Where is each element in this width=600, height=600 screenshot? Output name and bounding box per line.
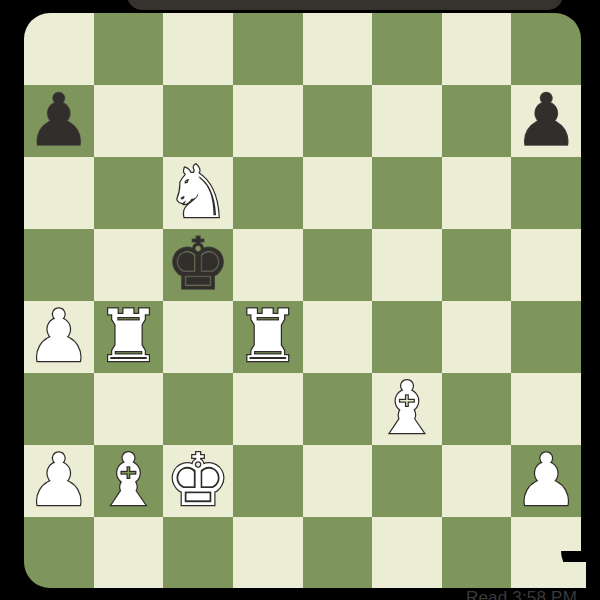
square-a4[interactable]: ♟ — [24, 301, 94, 373]
square-c5[interactable]: ♚ — [163, 229, 233, 301]
square-h4[interactable] — [511, 301, 581, 373]
square-f2[interactable] — [372, 445, 442, 517]
square-a1[interactable] — [24, 517, 94, 589]
white-pawn[interactable]: ♟ — [514, 444, 579, 516]
square-f5[interactable] — [372, 229, 442, 301]
previous-message-bubble[interactable] — [127, 0, 563, 10]
square-d8[interactable] — [233, 13, 303, 85]
square-f4[interactable] — [372, 301, 442, 373]
square-e5[interactable] — [303, 229, 373, 301]
square-f7[interactable] — [372, 85, 442, 157]
square-g7[interactable] — [442, 85, 512, 157]
square-g6[interactable] — [442, 157, 512, 229]
square-c8[interactable] — [163, 13, 233, 85]
white-pawn[interactable]: ♟ — [27, 444, 92, 516]
square-b7[interactable] — [94, 85, 164, 157]
square-d4[interactable]: ♜ — [233, 301, 303, 373]
chess-board[interactable]: ♟♟♞♚♟♜♜♝♟♝♚♟ — [24, 13, 581, 588]
square-h5[interactable] — [511, 229, 581, 301]
square-b8[interactable] — [94, 13, 164, 85]
white-rook[interactable]: ♜ — [96, 300, 161, 372]
square-g2[interactable] — [442, 445, 512, 517]
square-a3[interactable] — [24, 373, 94, 445]
square-c3[interactable] — [163, 373, 233, 445]
black-pawn[interactable]: ♟ — [514, 84, 579, 156]
square-g1[interactable] — [442, 517, 512, 589]
square-c4[interactable] — [163, 301, 233, 373]
square-d6[interactable] — [233, 157, 303, 229]
square-a2[interactable]: ♟ — [24, 445, 94, 517]
square-f1[interactable] — [372, 517, 442, 589]
square-f6[interactable] — [372, 157, 442, 229]
white-bishop[interactable]: ♝ — [375, 372, 440, 444]
square-h3[interactable] — [511, 373, 581, 445]
white-bishop[interactable]: ♝ — [96, 444, 161, 516]
square-b6[interactable] — [94, 157, 164, 229]
bubble-tail — [558, 562, 586, 588]
square-b3[interactable] — [94, 373, 164, 445]
square-e4[interactable] — [303, 301, 373, 373]
square-h8[interactable] — [511, 13, 581, 85]
square-e6[interactable] — [303, 157, 373, 229]
square-c7[interactable] — [163, 85, 233, 157]
square-g8[interactable] — [442, 13, 512, 85]
square-g4[interactable] — [442, 301, 512, 373]
square-e8[interactable] — [303, 13, 373, 85]
black-king[interactable]: ♚ — [166, 228, 231, 300]
square-d1[interactable] — [233, 517, 303, 589]
black-pawn[interactable]: ♟ — [27, 84, 92, 156]
white-king[interactable]: ♚ — [166, 444, 231, 516]
square-d7[interactable] — [233, 85, 303, 157]
square-e1[interactable] — [303, 517, 373, 589]
square-g5[interactable] — [442, 229, 512, 301]
square-h7[interactable]: ♟ — [511, 85, 581, 157]
square-e3[interactable] — [303, 373, 373, 445]
square-f8[interactable] — [372, 13, 442, 85]
square-a7[interactable]: ♟ — [24, 85, 94, 157]
square-c6[interactable]: ♞ — [163, 157, 233, 229]
square-f3[interactable]: ♝ — [372, 373, 442, 445]
square-a6[interactable] — [24, 157, 94, 229]
square-h2[interactable]: ♟ — [511, 445, 581, 517]
square-b2[interactable]: ♝ — [94, 445, 164, 517]
white-rook[interactable]: ♜ — [235, 300, 300, 372]
square-e7[interactable] — [303, 85, 373, 157]
square-d2[interactable] — [233, 445, 303, 517]
square-h6[interactable] — [511, 157, 581, 229]
square-b5[interactable] — [94, 229, 164, 301]
square-c1[interactable] — [163, 517, 233, 589]
white-knight[interactable]: ♞ — [166, 156, 231, 228]
square-a8[interactable] — [24, 13, 94, 85]
read-receipt: Read 3:58 PM — [466, 588, 577, 600]
square-g3[interactable] — [442, 373, 512, 445]
square-a5[interactable] — [24, 229, 94, 301]
chat-screen: ♟♟♞♚♟♜♜♝♟♝♚♟ Read 3:58 PM — [0, 0, 600, 600]
square-b1[interactable] — [94, 517, 164, 589]
white-pawn[interactable]: ♟ — [27, 300, 92, 372]
square-d5[interactable] — [233, 229, 303, 301]
square-d3[interactable] — [233, 373, 303, 445]
square-e2[interactable] — [303, 445, 373, 517]
square-b4[interactable]: ♜ — [94, 301, 164, 373]
square-c2[interactable]: ♚ — [163, 445, 233, 517]
